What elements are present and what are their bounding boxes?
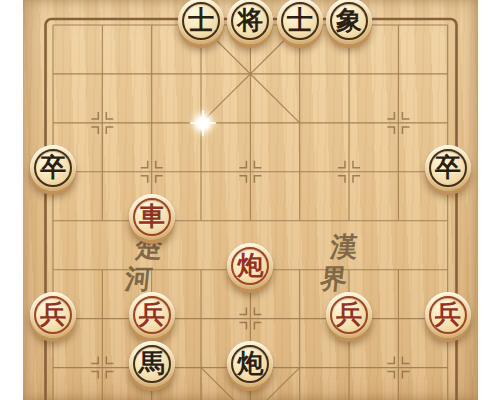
piece-black-pawn[interactable]: 卒: [30, 145, 76, 191]
piece-glyph: 兵: [425, 293, 471, 339]
piece-black-cannon[interactable]: 炮: [227, 341, 273, 387]
piece-black-pawn[interactable]: 卒: [425, 145, 471, 191]
piece-glyph: 将: [227, 0, 273, 45]
river-label-han-jie: 漢界: [299, 231, 388, 263]
piece-glyph: 士: [178, 0, 224, 45]
piece-black-advisor[interactable]: 士: [277, 0, 323, 44]
piece-glyph: 象: [326, 0, 372, 45]
xiangqi-board[interactable]: 楚河 漢界 士将士象卒卒車炮兵兵兵兵馬炮: [0, 0, 500, 400]
piece-red-soldier[interactable]: 兵: [129, 292, 175, 338]
piece-glyph: 炮: [227, 342, 273, 388]
piece-red-chariot[interactable]: 車: [129, 194, 175, 240]
piece-glyph: 卒: [30, 146, 76, 192]
piece-black-advisor[interactable]: 士: [178, 0, 224, 44]
piece-glyph: 炮: [227, 244, 273, 290]
piece-glyph: 兵: [30, 293, 76, 339]
piece-glyph: 車: [129, 195, 175, 241]
piece-glyph: 士: [277, 0, 323, 45]
piece-black-general[interactable]: 将: [227, 0, 273, 44]
piece-red-soldier[interactable]: 兵: [326, 292, 372, 338]
piece-red-soldier[interactable]: 兵: [30, 292, 76, 338]
piece-red-cannon[interactable]: 炮: [227, 243, 273, 289]
piece-glyph: 兵: [129, 293, 175, 339]
piece-glyph: 兵: [326, 293, 372, 339]
piece-black-horse[interactable]: 馬: [129, 341, 175, 387]
piece-glyph: 卒: [425, 146, 471, 192]
piece-red-soldier[interactable]: 兵: [425, 292, 471, 338]
piece-glyph: 馬: [129, 342, 175, 388]
piece-black-elephant[interactable]: 象: [326, 0, 372, 44]
